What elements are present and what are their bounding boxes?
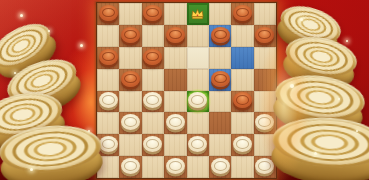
sparkle <box>88 130 90 132</box>
checker-piece-white[interactable] <box>99 92 118 108</box>
checker-piece-orange[interactable] <box>211 71 230 87</box>
checker-piece-white[interactable] <box>166 158 185 174</box>
square-r6c5 <box>187 112 209 134</box>
checker-piece-white[interactable] <box>121 158 140 174</box>
banner-scene <box>0 0 369 180</box>
square-r2c1 <box>97 25 119 47</box>
sparkle <box>338 98 340 100</box>
square-r4c3 <box>142 69 164 91</box>
sparkle <box>80 44 83 47</box>
square-r3c3[interactable] <box>142 47 164 69</box>
square-r4c6[interactable] <box>209 69 231 91</box>
square-r6c4[interactable] <box>164 112 186 134</box>
checker-piece-orange[interactable] <box>211 27 230 43</box>
square-r5c5[interactable] <box>187 91 209 113</box>
sparkle <box>300 18 303 21</box>
square-r8c4[interactable] <box>164 156 186 178</box>
square-r1c2 <box>119 3 141 25</box>
square-r7c3[interactable] <box>142 134 164 156</box>
checker-piece-orange[interactable] <box>233 5 252 21</box>
square-r2c3 <box>142 25 164 47</box>
square-r7c2 <box>119 134 141 156</box>
square-r8c3 <box>142 156 164 178</box>
board <box>96 2 277 179</box>
checker-piece-white[interactable] <box>211 158 230 174</box>
square-r4c2[interactable] <box>119 69 141 91</box>
square-r7c7[interactable] <box>231 134 253 156</box>
checker-piece-orange[interactable] <box>121 71 140 87</box>
square-r3c7[interactable] <box>231 47 253 69</box>
square-r1c1[interactable] <box>97 3 119 25</box>
square-r2c6[interactable] <box>209 25 231 47</box>
square-r8c5 <box>187 156 209 178</box>
sparkle <box>314 152 317 155</box>
square-r1c5[interactable] <box>187 3 209 25</box>
checker-piece-orange[interactable] <box>143 5 162 21</box>
square-r3c6 <box>209 47 231 69</box>
square-r5c6 <box>209 91 231 113</box>
square-r2c8[interactable] <box>254 25 276 47</box>
sparkle <box>14 72 16 74</box>
sparkle <box>346 40 348 42</box>
square-r1c3[interactable] <box>142 3 164 25</box>
square-r8c7 <box>231 156 253 178</box>
square-r4c4[interactable] <box>164 69 186 91</box>
sparkle <box>48 30 50 32</box>
checker-piece-white[interactable] <box>233 136 252 152</box>
checker-piece-orange[interactable] <box>255 27 274 43</box>
checker-piece-orange[interactable] <box>143 49 162 65</box>
square-r2c2[interactable] <box>119 25 141 47</box>
square-r6c2[interactable] <box>119 112 141 134</box>
sparkle <box>356 130 358 132</box>
square-r3c2 <box>119 47 141 69</box>
sparkle <box>290 84 294 88</box>
square-r7c4 <box>164 134 186 156</box>
sparkle <box>20 14 23 17</box>
checker-piece-white[interactable] <box>143 136 162 152</box>
square-r6c1 <box>97 112 119 134</box>
square-r1c6 <box>209 3 231 25</box>
square-r2c4[interactable] <box>164 25 186 47</box>
square-r2c5 <box>187 25 209 47</box>
crown-icon <box>190 7 205 21</box>
checker-piece-white[interactable] <box>121 114 140 130</box>
checker-piece-orange[interactable] <box>99 5 118 21</box>
checker-piece-orange[interactable] <box>121 27 140 43</box>
square-r6c3 <box>142 112 164 134</box>
square-r7c6 <box>209 134 231 156</box>
square-r5c2 <box>119 91 141 113</box>
checker-piece-white[interactable] <box>143 92 162 108</box>
checker-piece-orange[interactable] <box>166 27 185 43</box>
square-r5c4 <box>164 91 186 113</box>
checker-piece-white[interactable] <box>188 92 207 108</box>
checker-piece-white[interactable] <box>166 114 185 130</box>
square-r1c8 <box>254 3 276 25</box>
square-r5c1[interactable] <box>97 91 119 113</box>
square-r4c8[interactable] <box>254 69 276 91</box>
square-r6c6[interactable] <box>209 112 231 134</box>
checker-piece-white[interactable] <box>188 136 207 152</box>
checker-piece-orange[interactable] <box>233 92 252 108</box>
gold-piece-decoration <box>270 114 369 180</box>
square-r1c4 <box>164 3 186 25</box>
square-r2c7 <box>231 25 253 47</box>
square-r1c7[interactable] <box>231 3 253 25</box>
square-r3c4 <box>164 47 186 69</box>
checker-piece-orange[interactable] <box>99 49 118 65</box>
square-r4c1 <box>97 69 119 91</box>
square-r3c1[interactable] <box>97 47 119 69</box>
square-r5c7[interactable] <box>231 91 253 113</box>
square-r5c3[interactable] <box>142 91 164 113</box>
square-r8c2[interactable] <box>119 156 141 178</box>
square-r8c6[interactable] <box>209 156 231 178</box>
square-r6c7 <box>231 112 253 134</box>
sparkle <box>30 168 33 171</box>
square-r7c5[interactable] <box>187 134 209 156</box>
square-r3c8 <box>254 47 276 69</box>
square-r4c5 <box>187 69 209 91</box>
square-r4c7 <box>231 69 253 91</box>
square-r3c5[interactable] <box>187 47 209 69</box>
